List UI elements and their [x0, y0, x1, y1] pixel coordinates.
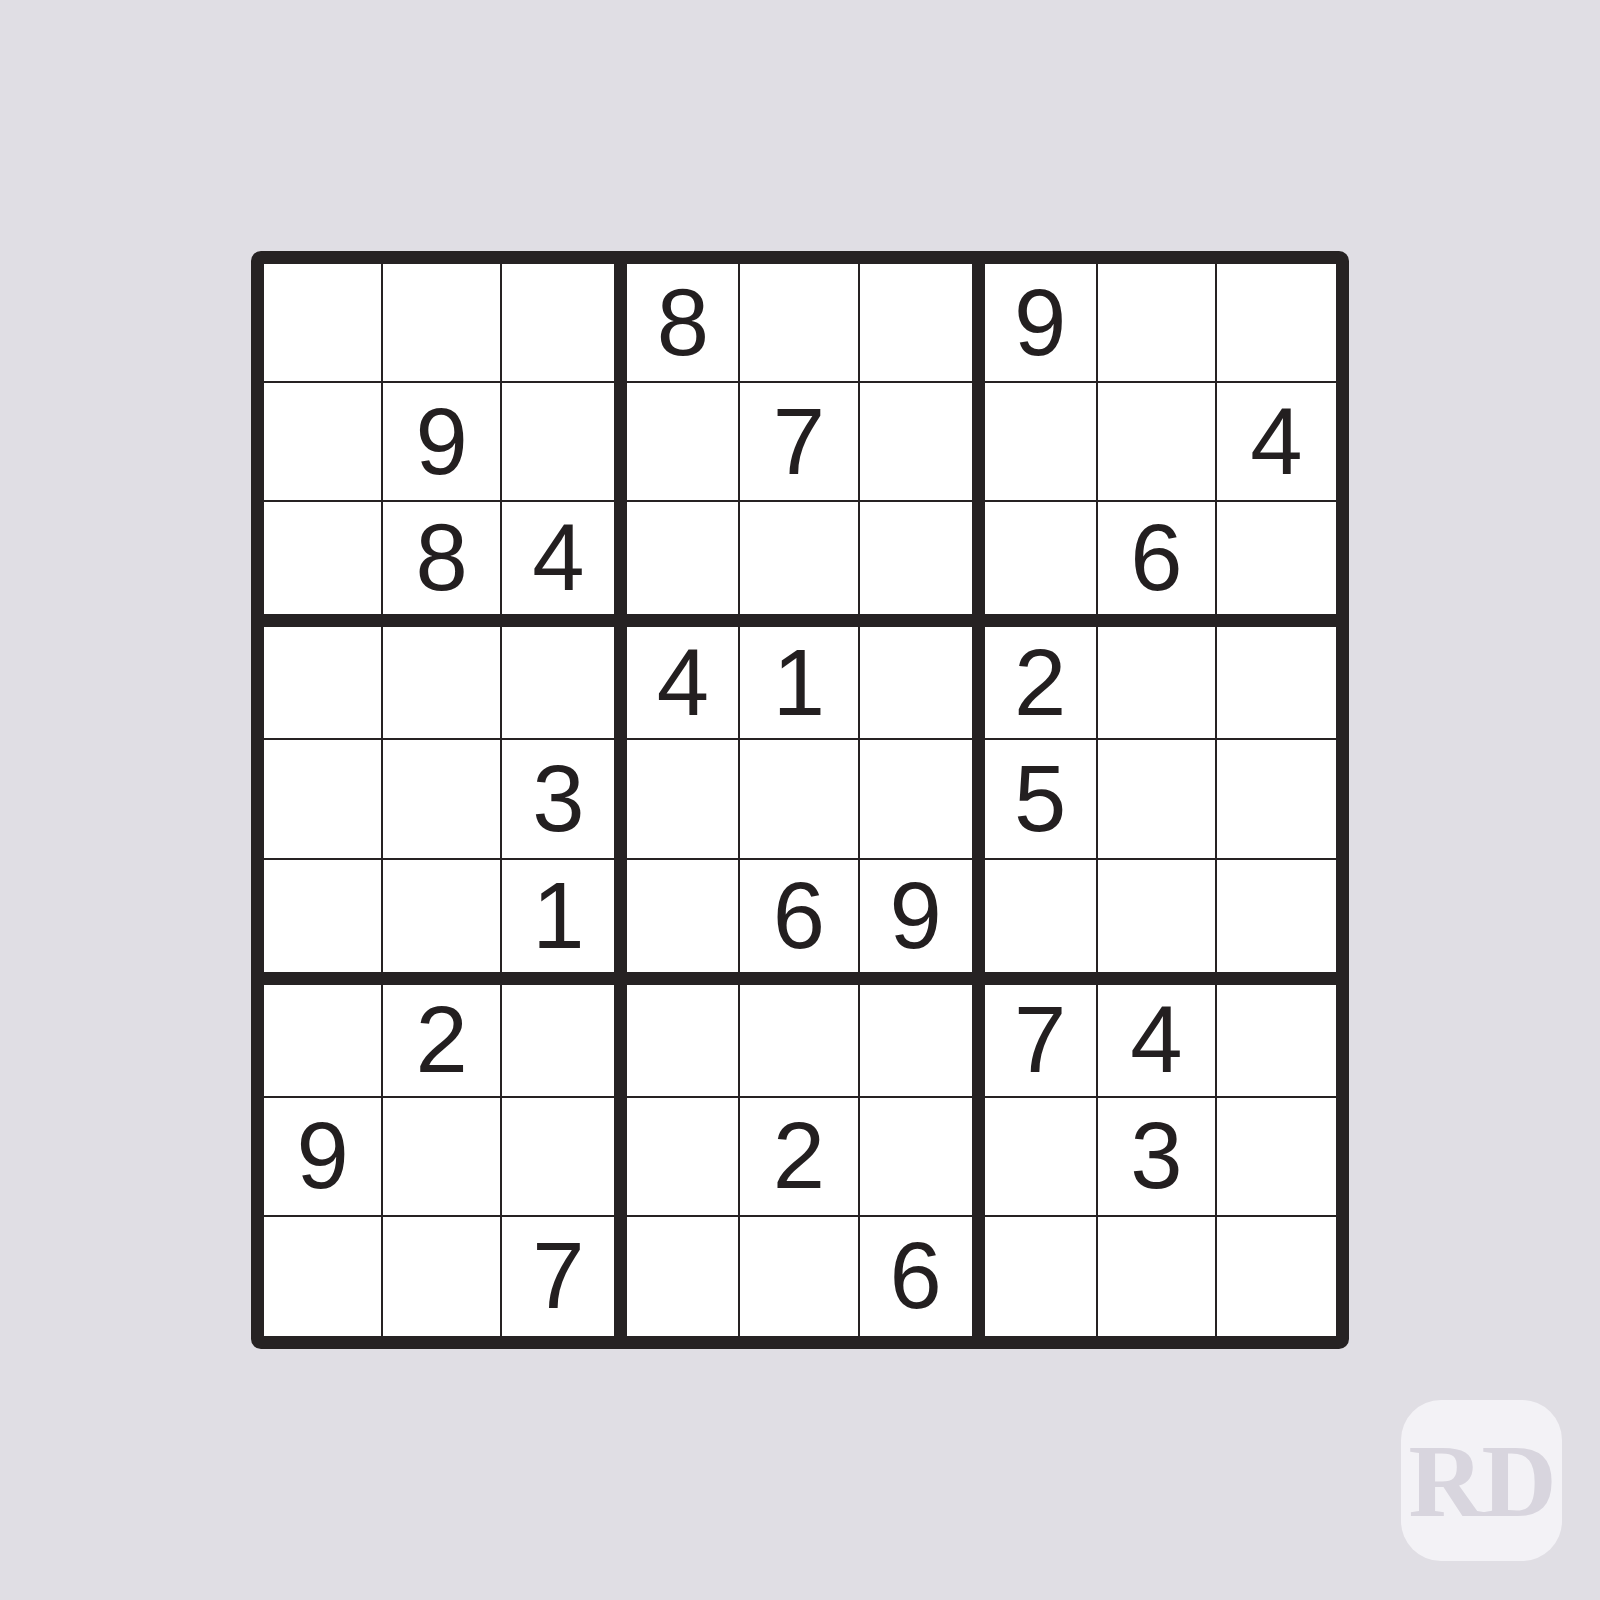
- cell-r9c7: [979, 1217, 1098, 1336]
- cell-r3c8: 6: [1098, 502, 1217, 621]
- cell-r5c3: 3: [502, 740, 621, 859]
- cell-r5c4: [621, 740, 740, 859]
- cell-r2c7: [979, 383, 1098, 502]
- cell-r4c3: [502, 621, 621, 740]
- cell-r1c4: 8: [621, 264, 740, 383]
- cell-r2c6: [860, 383, 979, 502]
- cell-r3c9: [1217, 502, 1336, 621]
- cell-r8c4: [621, 1098, 740, 1217]
- cell-r9c3: 7: [502, 1217, 621, 1336]
- cell-r6c9: [1217, 860, 1336, 979]
- cell-r8c5: 2: [740, 1098, 859, 1217]
- cell-r2c5: 7: [740, 383, 859, 502]
- cell-r4c4: 4: [621, 621, 740, 740]
- cell-r8c3: [502, 1098, 621, 1217]
- cell-r9c4: [621, 1217, 740, 1336]
- cell-r4c2: [383, 621, 502, 740]
- rd-logo: RD: [1401, 1400, 1562, 1561]
- cell-r1c7: 9: [979, 264, 1098, 383]
- cell-r7c7: 7: [979, 979, 1098, 1098]
- cell-r5c2: [383, 740, 502, 859]
- cell-r8c8: 3: [1098, 1098, 1217, 1217]
- cell-r6c1: [264, 860, 383, 979]
- cell-r7c9: [1217, 979, 1336, 1098]
- cell-r8c9: [1217, 1098, 1336, 1217]
- cell-r6c4: [621, 860, 740, 979]
- cell-r8c6: [860, 1098, 979, 1217]
- cell-r5c1: [264, 740, 383, 859]
- cell-r4c1: [264, 621, 383, 740]
- cell-r5c6: [860, 740, 979, 859]
- rd-logo-text: RD: [1408, 1429, 1554, 1533]
- cell-r3c5: [740, 502, 859, 621]
- cell-r8c1: 9: [264, 1098, 383, 1217]
- cell-r7c1: [264, 979, 383, 1098]
- sudoku-board: 899748464123516927492376: [251, 251, 1349, 1349]
- cell-r2c1: [264, 383, 383, 502]
- cell-r4c7: 2: [979, 621, 1098, 740]
- cell-r1c8: [1098, 264, 1217, 383]
- cell-r2c3: [502, 383, 621, 502]
- cell-r7c8: 4: [1098, 979, 1217, 1098]
- cell-r5c5: [740, 740, 859, 859]
- cell-r3c7: [979, 502, 1098, 621]
- cell-r1c5: [740, 264, 859, 383]
- cell-r5c7: 5: [979, 740, 1098, 859]
- cell-r2c2: 9: [383, 383, 502, 502]
- cell-r8c7: [979, 1098, 1098, 1217]
- cell-r6c2: [383, 860, 502, 979]
- cell-r9c8: [1098, 1217, 1217, 1336]
- cell-r2c9: 4: [1217, 383, 1336, 502]
- cell-r9c5: [740, 1217, 859, 1336]
- cell-r8c2: [383, 1098, 502, 1217]
- cell-r4c6: [860, 621, 979, 740]
- cell-r5c9: [1217, 740, 1336, 859]
- cell-r6c3: 1: [502, 860, 621, 979]
- cell-r7c6: [860, 979, 979, 1098]
- cell-r6c5: 6: [740, 860, 859, 979]
- cell-r7c4: [621, 979, 740, 1098]
- cell-r1c3: [502, 264, 621, 383]
- cell-r7c3: [502, 979, 621, 1098]
- cell-r6c8: [1098, 860, 1217, 979]
- cell-r3c4: [621, 502, 740, 621]
- cell-r6c6: 9: [860, 860, 979, 979]
- cell-r4c9: [1217, 621, 1336, 740]
- cell-r2c8: [1098, 383, 1217, 502]
- cell-r3c2: 8: [383, 502, 502, 621]
- cell-r4c8: [1098, 621, 1217, 740]
- cell-r1c9: [1217, 264, 1336, 383]
- cell-r6c7: [979, 860, 1098, 979]
- cell-r9c2: [383, 1217, 502, 1336]
- cell-r7c2: 2: [383, 979, 502, 1098]
- cell-r1c1: [264, 264, 383, 383]
- cell-r3c6: [860, 502, 979, 621]
- cell-r2c4: [621, 383, 740, 502]
- cell-r7c5: [740, 979, 859, 1098]
- cell-r9c1: [264, 1217, 383, 1336]
- cell-r3c1: [264, 502, 383, 621]
- cell-r1c6: [860, 264, 979, 383]
- cell-r3c3: 4: [502, 502, 621, 621]
- cell-r1c2: [383, 264, 502, 383]
- cell-r9c9: [1217, 1217, 1336, 1336]
- cell-r5c8: [1098, 740, 1217, 859]
- cell-r4c5: 1: [740, 621, 859, 740]
- cell-r9c6: 6: [860, 1217, 979, 1336]
